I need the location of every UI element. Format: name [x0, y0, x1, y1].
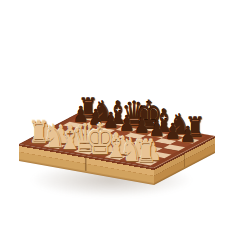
chess-set-photo: ♜♞♝♛♚♝♞♜♟♟♟♟♟♟♟♟♟♟♟♟♟♟♟♟♜♞♝♛♚♝♞♜ [0, 0, 250, 250]
box-fold-seam [184, 154, 185, 167]
box-front-seam [85, 158, 87, 171]
